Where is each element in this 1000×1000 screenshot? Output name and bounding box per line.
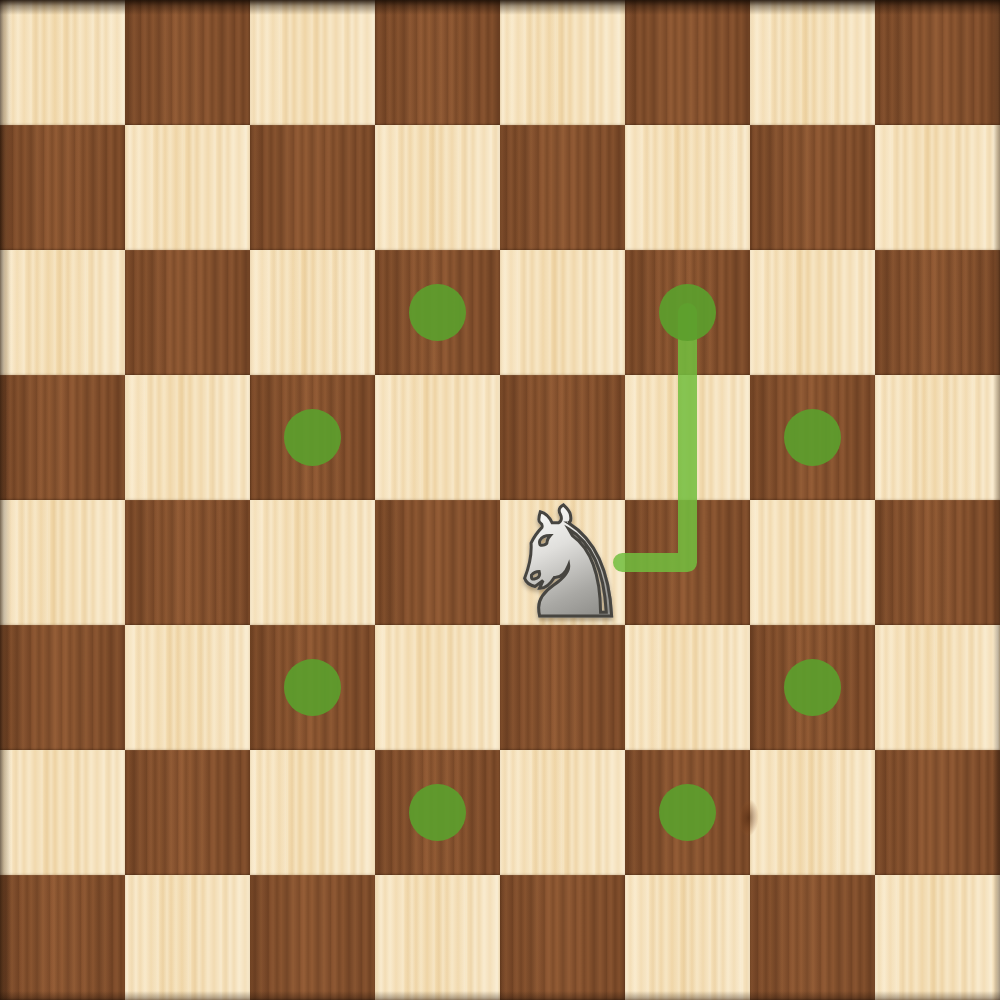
square-b8[interactable] [125, 0, 250, 125]
square-g7[interactable] [750, 125, 875, 250]
square-a3[interactable] [0, 625, 125, 750]
legal-move-dot[interactable] [659, 784, 716, 841]
legal-move-dot[interactable] [659, 284, 716, 341]
square-h5[interactable] [875, 375, 1000, 500]
square-g2[interactable] [750, 750, 875, 875]
square-c3[interactable] [250, 625, 375, 750]
square-g5[interactable] [750, 375, 875, 500]
square-h4[interactable] [875, 500, 1000, 625]
legal-move-dot[interactable] [284, 409, 341, 466]
legal-move-dot[interactable] [784, 409, 841, 466]
square-f7[interactable] [625, 125, 750, 250]
square-h6[interactable] [875, 250, 1000, 375]
square-f5[interactable] [625, 375, 750, 500]
square-d6[interactable] [375, 250, 500, 375]
square-d4[interactable] [375, 500, 500, 625]
legal-move-dot[interactable] [784, 659, 841, 716]
square-c2[interactable] [250, 750, 375, 875]
square-f8[interactable] [625, 0, 750, 125]
square-g1[interactable] [750, 875, 875, 1000]
square-c1[interactable] [250, 875, 375, 1000]
square-e7[interactable] [500, 125, 625, 250]
square-a6[interactable] [0, 250, 125, 375]
square-b3[interactable] [125, 625, 250, 750]
square-c8[interactable] [250, 0, 375, 125]
square-b4[interactable] [125, 500, 250, 625]
square-h1[interactable] [875, 875, 1000, 1000]
square-d3[interactable] [375, 625, 500, 750]
chess-board: ♞ [0, 0, 1000, 1000]
square-f3[interactable] [625, 625, 750, 750]
square-d2[interactable] [375, 750, 500, 875]
white-knight-piece[interactable]: ♞ [500, 500, 625, 625]
legal-move-dot[interactable] [409, 784, 466, 841]
square-b6[interactable] [125, 250, 250, 375]
square-c6[interactable] [250, 250, 375, 375]
square-b5[interactable] [125, 375, 250, 500]
square-g3[interactable] [750, 625, 875, 750]
square-f1[interactable] [625, 875, 750, 1000]
square-g8[interactable] [750, 0, 875, 125]
square-a7[interactable] [0, 125, 125, 250]
square-e1[interactable] [500, 875, 625, 1000]
square-d7[interactable] [375, 125, 500, 250]
square-b1[interactable] [125, 875, 250, 1000]
square-c7[interactable] [250, 125, 375, 250]
square-e8[interactable] [500, 0, 625, 125]
square-g6[interactable] [750, 250, 875, 375]
square-g4[interactable] [750, 500, 875, 625]
square-c5[interactable] [250, 375, 375, 500]
legal-move-dot[interactable] [284, 659, 341, 716]
square-h7[interactable] [875, 125, 1000, 250]
square-e4[interactable]: ♞ [500, 500, 625, 625]
square-d5[interactable] [375, 375, 500, 500]
square-e6[interactable] [500, 250, 625, 375]
square-b7[interactable] [125, 125, 250, 250]
square-e2[interactable] [500, 750, 625, 875]
square-h3[interactable] [875, 625, 1000, 750]
square-f4[interactable] [625, 500, 750, 625]
square-a4[interactable] [0, 500, 125, 625]
square-f2[interactable] [625, 750, 750, 875]
square-b2[interactable] [125, 750, 250, 875]
square-h2[interactable] [875, 750, 1000, 875]
square-f6[interactable] [625, 250, 750, 375]
square-a2[interactable] [0, 750, 125, 875]
square-h8[interactable] [875, 0, 1000, 125]
square-d1[interactable] [375, 875, 500, 1000]
square-d8[interactable] [375, 0, 500, 125]
legal-move-dot[interactable] [409, 284, 466, 341]
square-c4[interactable] [250, 500, 375, 625]
square-a8[interactable] [0, 0, 125, 125]
square-a5[interactable] [0, 375, 125, 500]
square-a1[interactable] [0, 875, 125, 1000]
